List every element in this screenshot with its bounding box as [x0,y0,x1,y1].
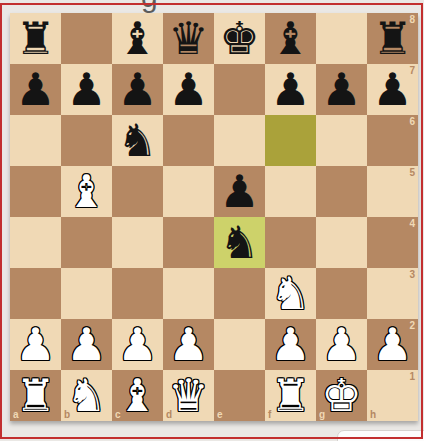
square-b2[interactable]: ♟ [61,319,112,370]
square-h4[interactable]: 4 [367,217,418,268]
square-a3[interactable] [10,268,61,319]
rank-label-1: 1 [409,371,415,382]
square-d6[interactable] [163,115,214,166]
white-pawn-h2[interactable]: ♟ [367,319,418,370]
square-c1[interactable]: ♝c [112,370,163,421]
square-b1[interactable]: ♞b [61,370,112,421]
black-pawn-h7[interactable]: ♟ [367,64,418,115]
white-bishop-b5[interactable]: ♝ [61,166,112,217]
black-rook-a8[interactable]: ♜ [10,13,61,64]
square-c8[interactable]: ♝ [112,13,163,64]
square-h7[interactable]: ♟7 [367,64,418,115]
white-pawn-g2[interactable]: ♟ [316,319,367,370]
square-f4[interactable] [265,217,316,268]
square-g5[interactable] [316,166,367,217]
square-a5[interactable] [10,166,61,217]
square-h6[interactable]: 6 [367,115,418,166]
square-g6[interactable] [316,115,367,166]
rank-label-5: 5 [409,167,415,178]
square-a6[interactable] [10,115,61,166]
white-rook-f1[interactable]: ♜ [265,370,316,421]
square-h1[interactable]: 1h [367,370,418,421]
square-b3[interactable] [61,268,112,319]
white-queen-d1[interactable]: ♛ [163,370,214,421]
square-f2[interactable]: ♟ [265,319,316,370]
square-b7[interactable]: ♟ [61,64,112,115]
square-h8[interactable]: ♜8 [367,13,418,64]
square-c6[interactable]: ♞ [112,115,163,166]
square-d1[interactable]: ♛d [163,370,214,421]
rank-label-3: 3 [409,269,415,280]
square-b8[interactable] [61,13,112,64]
square-g1[interactable]: ♚g [316,370,367,421]
black-knight-e4[interactable]: ♞ [214,217,265,268]
square-e8[interactable]: ♚ [214,13,265,64]
black-pawn-e5[interactable]: ♟ [214,166,265,217]
black-pawn-c7[interactable]: ♟ [112,64,163,115]
square-g4[interactable] [316,217,367,268]
black-rook-h8[interactable]: ♜ [367,13,418,64]
square-d2[interactable]: ♟ [163,319,214,370]
square-c4[interactable] [112,217,163,268]
black-bishop-c8[interactable]: ♝ [112,13,163,64]
black-queen-d8[interactable]: ♛ [163,13,214,64]
square-h2[interactable]: ♟2 [367,319,418,370]
square-f6[interactable] [265,115,316,166]
square-b6[interactable] [61,115,112,166]
square-b5[interactable]: ♝ [61,166,112,217]
square-g2[interactable]: ♟ [316,319,367,370]
square-e3[interactable] [214,268,265,319]
black-pawn-a7[interactable]: ♟ [10,64,61,115]
black-bishop-f8[interactable]: ♝ [265,13,316,64]
rank-label-4: 4 [409,218,415,229]
square-h5[interactable]: 5 [367,166,418,217]
black-pawn-b7[interactable]: ♟ [61,64,112,115]
square-e7[interactable] [214,64,265,115]
white-pawn-d2[interactable]: ♟ [163,319,214,370]
white-rook-a1[interactable]: ♜ [10,370,61,421]
square-c3[interactable] [112,268,163,319]
square-c7[interactable]: ♟ [112,64,163,115]
square-d3[interactable] [163,268,214,319]
black-pawn-g7[interactable]: ♟ [316,64,367,115]
square-f3[interactable]: ♞ [265,268,316,319]
square-a7[interactable]: ♟ [10,64,61,115]
white-bishop-c1[interactable]: ♝ [112,370,163,421]
square-f7[interactable]: ♟ [265,64,316,115]
square-e4[interactable]: ♞ [214,217,265,268]
black-knight-c6[interactable]: ♞ [112,115,163,166]
file-label-e: e [217,409,223,420]
square-e5[interactable]: ♟ [214,166,265,217]
square-g8[interactable] [316,13,367,64]
square-f8[interactable]: ♝ [265,13,316,64]
square-d7[interactable]: ♟ [163,64,214,115]
square-d4[interactable] [163,217,214,268]
rank-label-6: 6 [409,116,415,127]
square-a8[interactable]: ♜ [10,13,61,64]
square-f1[interactable]: ♜f [265,370,316,421]
file-label-h: h [370,409,376,420]
square-f5[interactable] [265,166,316,217]
square-g3[interactable] [316,268,367,319]
white-king-g1[interactable]: ♚ [316,370,367,421]
square-e1[interactable]: e [214,370,265,421]
square-a4[interactable] [10,217,61,268]
square-g7[interactable]: ♟ [316,64,367,115]
square-c2[interactable]: ♟ [112,319,163,370]
square-a1[interactable]: ♜a [10,370,61,421]
square-b4[interactable] [61,217,112,268]
chess-board[interactable]: ♜♝♛♚♝♜8♟♟♟♟♟♟♟7♞6♝♟5♞4♞3♟♟♟♟♟♟♟2♜a♞b♝c♛d… [10,13,418,421]
square-e2[interactable] [214,319,265,370]
bottom-right-panel [337,430,424,441]
white-knight-f3[interactable]: ♞ [265,268,316,319]
white-pawn-f2[interactable]: ♟ [265,319,316,370]
square-d5[interactable] [163,166,214,217]
white-pawn-a2[interactable]: ♟ [10,319,61,370]
square-c5[interactable] [112,166,163,217]
square-a2[interactable]: ♟ [10,319,61,370]
black-pawn-f7[interactable]: ♟ [265,64,316,115]
square-h3[interactable]: 3 [367,268,418,319]
white-knight-b1[interactable]: ♞ [61,370,112,421]
white-pawn-b2[interactable]: ♟ [61,319,112,370]
square-e6[interactable] [214,115,265,166]
black-king-e8[interactable]: ♚ [214,13,265,64]
black-pawn-d7[interactable]: ♟ [163,64,214,115]
square-d8[interactable]: ♛ [163,13,214,64]
white-pawn-c2[interactable]: ♟ [112,319,163,370]
